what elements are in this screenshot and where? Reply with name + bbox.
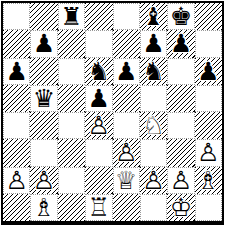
white-piece-outline: ♙ (33, 168, 55, 193)
square-e5[interactable] (113, 85, 140, 112)
black-piece-glyph: ♝ (142, 4, 164, 29)
square-b6[interactable] (30, 58, 57, 85)
black-piece-glyph: ♟ (197, 59, 219, 84)
white-pawn-piece: ♟♙ (167, 167, 194, 194)
square-c3[interactable] (58, 139, 85, 166)
square-g2[interactable]: ♟♙ (167, 167, 194, 194)
square-d4[interactable]: ♟♙ (85, 112, 112, 139)
black-pawn-piece: ♟ (113, 58, 140, 85)
square-d5[interactable]: ♟ (85, 85, 112, 112)
black-pawn-piece: ♟ (140, 30, 167, 57)
square-c1[interactable] (58, 194, 85, 221)
white-piece-outline: ♙ (88, 113, 110, 138)
white-king-piece: ♚♔ (167, 194, 194, 221)
black-piece-glyph: ♞ (88, 59, 110, 84)
square-a3[interactable] (3, 139, 30, 166)
white-pawn-piece: ♟♙ (85, 112, 112, 139)
square-d8[interactable] (85, 3, 112, 30)
square-h4[interactable] (195, 112, 222, 139)
white-pawn-piece: ♟♙ (113, 139, 140, 166)
square-h1[interactable] (195, 194, 222, 221)
white-knight-piece: ♞♘ (140, 112, 167, 139)
white-pawn-piece: ♟♙ (195, 139, 222, 166)
square-c6[interactable] (58, 58, 85, 85)
square-d1[interactable]: ♜♖ (85, 194, 112, 221)
white-pawn-piece: ♟♙ (3, 167, 30, 194)
square-b3[interactable] (30, 139, 57, 166)
white-piece-outline: ♙ (142, 168, 164, 193)
white-piece-outline: ♙ (115, 140, 137, 165)
square-h5[interactable] (195, 85, 222, 112)
chess-board: ♜♝♚♟♟♟♟♞♟♞♟♛♟♟♙♞♘♟♙♟♙♟♙♟♙♛♕♟♙♟♙♝♗♝♗♜♖♚♔ (1, 1, 224, 225)
black-bishop-piece: ♝ (140, 3, 167, 30)
square-c8[interactable]: ♜ (58, 3, 85, 30)
white-piece-outline: ♗ (33, 195, 55, 220)
square-d6[interactable]: ♞ (85, 58, 112, 85)
black-piece-glyph: ♟ (33, 31, 55, 56)
black-piece-glyph: ♜ (60, 4, 82, 29)
square-a4[interactable] (3, 112, 30, 139)
square-g4[interactable] (167, 112, 194, 139)
white-piece-outline: ♖ (88, 195, 110, 220)
white-piece-outline: ♙ (197, 140, 219, 165)
square-b4[interactable] (30, 112, 57, 139)
square-e1[interactable] (113, 194, 140, 221)
white-piece-outline: ♙ (170, 168, 192, 193)
white-rook-piece: ♜♖ (85, 194, 112, 221)
square-f8[interactable]: ♝ (140, 3, 167, 30)
white-piece-outline: ♔ (170, 195, 192, 220)
white-piece-outline: ♙ (5, 168, 27, 193)
square-a2[interactable]: ♟♙ (3, 167, 30, 194)
square-b7[interactable]: ♟ (30, 30, 57, 57)
black-piece-glyph: ♟ (115, 59, 137, 84)
square-h2[interactable]: ♝♗ (195, 167, 222, 194)
square-a8[interactable] (3, 3, 30, 30)
chess-diagram: ♜♝♚♟♟♟♟♞♟♞♟♛♟♟♙♞♘♟♙♟♙♟♙♟♙♛♕♟♙♟♙♝♗♝♗♜♖♚♔ (0, 0, 225, 226)
square-e6[interactable]: ♟ (113, 58, 140, 85)
white-pawn-piece: ♟♙ (140, 167, 167, 194)
square-e3[interactable]: ♟♙ (113, 139, 140, 166)
square-b2[interactable]: ♟♙ (30, 167, 57, 194)
square-g7[interactable]: ♟ (167, 30, 194, 57)
square-f7[interactable]: ♟ (140, 30, 167, 57)
square-d2[interactable] (85, 167, 112, 194)
square-d7[interactable] (85, 30, 112, 57)
black-piece-glyph: ♟ (142, 31, 164, 56)
square-f1[interactable] (140, 194, 167, 221)
black-piece-glyph: ♟ (88, 86, 110, 111)
white-queen-piece: ♛♕ (113, 167, 140, 194)
black-pawn-piece: ♟ (85, 85, 112, 112)
square-b8[interactable] (30, 3, 57, 30)
black-knight-piece: ♞ (140, 58, 167, 85)
black-king-piece: ♚ (167, 3, 194, 30)
black-piece-glyph: ♞ (142, 59, 164, 84)
square-e4[interactable] (113, 112, 140, 139)
square-a1[interactable] (3, 194, 30, 221)
square-c4[interactable] (58, 112, 85, 139)
black-pawn-piece: ♟ (30, 30, 57, 57)
white-piece-outline: ♘ (142, 113, 164, 138)
white-piece-outline: ♕ (115, 168, 137, 193)
black-piece-glyph: ♟ (5, 59, 27, 84)
square-g3[interactable] (167, 139, 194, 166)
square-f2[interactable]: ♟♙ (140, 167, 167, 194)
square-a7[interactable] (3, 30, 30, 57)
square-d3[interactable] (85, 139, 112, 166)
white-bishop-piece: ♝♗ (195, 167, 222, 194)
square-b1[interactable]: ♝♗ (30, 194, 57, 221)
black-pawn-piece: ♟ (195, 58, 222, 85)
square-h8[interactable] (195, 3, 222, 30)
square-f4[interactable]: ♞♘ (140, 112, 167, 139)
white-piece-outline: ♗ (197, 168, 219, 193)
square-c5[interactable] (58, 85, 85, 112)
black-piece-glyph: ♚ (170, 4, 192, 29)
square-f6[interactable]: ♞ (140, 58, 167, 85)
black-knight-piece: ♞ (85, 58, 112, 85)
square-g1[interactable]: ♚♔ (167, 194, 194, 221)
black-queen-piece: ♛ (30, 85, 57, 112)
square-h3[interactable]: ♟♙ (195, 139, 222, 166)
square-h6[interactable]: ♟ (195, 58, 222, 85)
square-g6[interactable] (167, 58, 194, 85)
square-g5[interactable] (167, 85, 194, 112)
square-e7[interactable] (113, 30, 140, 57)
square-c7[interactable] (58, 30, 85, 57)
square-a5[interactable] (3, 85, 30, 112)
square-g8[interactable]: ♚ (167, 3, 194, 30)
black-piece-glyph: ♟ (170, 31, 192, 56)
black-piece-glyph: ♛ (33, 86, 55, 111)
square-f3[interactable] (140, 139, 167, 166)
square-a6[interactable]: ♟ (3, 58, 30, 85)
black-pawn-piece: ♟ (167, 30, 194, 57)
square-e2[interactable]: ♛♕ (113, 167, 140, 194)
square-e8[interactable] (113, 3, 140, 30)
black-pawn-piece: ♟ (3, 58, 30, 85)
square-b5[interactable]: ♛ (30, 85, 57, 112)
square-c2[interactable] (58, 167, 85, 194)
square-h7[interactable] (195, 30, 222, 57)
white-bishop-piece: ♝♗ (30, 194, 57, 221)
white-pawn-piece: ♟♙ (30, 167, 57, 194)
black-rook-piece: ♜ (58, 3, 85, 30)
square-f5[interactable] (140, 85, 167, 112)
